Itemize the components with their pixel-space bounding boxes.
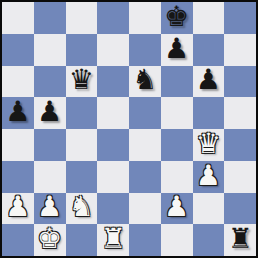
square-g8[interactable] xyxy=(193,2,225,34)
white-pawn[interactable]: ♟ xyxy=(5,193,30,221)
square-h3[interactable] xyxy=(224,161,256,193)
square-f5[interactable] xyxy=(161,97,193,129)
chess-board-frame: ♚♟♛♞♟♟♟♛♟♟♟♞♟♚♜♜ xyxy=(0,0,258,258)
white-rook[interactable]: ♜ xyxy=(101,225,126,253)
square-e2[interactable] xyxy=(129,193,161,225)
square-g5[interactable] xyxy=(193,97,225,129)
square-g1[interactable] xyxy=(193,224,225,256)
square-c7[interactable] xyxy=(66,34,98,66)
white-queen[interactable]: ♛ xyxy=(196,130,221,158)
square-h5[interactable] xyxy=(224,97,256,129)
square-a1[interactable] xyxy=(2,224,34,256)
square-h6[interactable] xyxy=(224,66,256,98)
square-f8[interactable]: ♚ xyxy=(161,2,193,34)
square-d8[interactable] xyxy=(97,2,129,34)
square-a8[interactable] xyxy=(2,2,34,34)
chess-board: ♚♟♛♞♟♟♟♛♟♟♟♞♟♚♜♜ xyxy=(2,2,256,256)
square-b3[interactable] xyxy=(34,161,66,193)
square-f6[interactable] xyxy=(161,66,193,98)
square-e3[interactable] xyxy=(129,161,161,193)
square-b1[interactable]: ♚ xyxy=(34,224,66,256)
black-knight[interactable]: ♞ xyxy=(132,66,157,94)
white-knight[interactable]: ♞ xyxy=(69,193,94,221)
square-h8[interactable] xyxy=(224,2,256,34)
black-pawn[interactable]: ♟ xyxy=(37,98,62,126)
square-e5[interactable] xyxy=(129,97,161,129)
square-f2[interactable]: ♟ xyxy=(161,193,193,225)
square-d7[interactable] xyxy=(97,34,129,66)
square-e8[interactable] xyxy=(129,2,161,34)
black-king[interactable]: ♚ xyxy=(164,3,189,31)
square-b7[interactable] xyxy=(34,34,66,66)
black-pawn[interactable]: ♟ xyxy=(164,35,189,63)
black-queen[interactable]: ♛ xyxy=(69,66,94,94)
square-h4[interactable] xyxy=(224,129,256,161)
square-e6[interactable]: ♞ xyxy=(129,66,161,98)
square-a7[interactable] xyxy=(2,34,34,66)
square-c4[interactable] xyxy=(66,129,98,161)
square-a4[interactable] xyxy=(2,129,34,161)
square-g4[interactable]: ♛ xyxy=(193,129,225,161)
square-b2[interactable]: ♟ xyxy=(34,193,66,225)
square-c6[interactable]: ♛ xyxy=(66,66,98,98)
square-h1[interactable]: ♜ xyxy=(224,224,256,256)
square-c8[interactable] xyxy=(66,2,98,34)
black-rook[interactable]: ♜ xyxy=(228,225,253,253)
square-c3[interactable] xyxy=(66,161,98,193)
square-d4[interactable] xyxy=(97,129,129,161)
square-b5[interactable]: ♟ xyxy=(34,97,66,129)
square-d6[interactable] xyxy=(97,66,129,98)
black-pawn[interactable]: ♟ xyxy=(196,66,221,94)
square-c2[interactable]: ♞ xyxy=(66,193,98,225)
square-d5[interactable] xyxy=(97,97,129,129)
square-h7[interactable] xyxy=(224,34,256,66)
square-g3[interactable]: ♟ xyxy=(193,161,225,193)
white-pawn[interactable]: ♟ xyxy=(196,162,221,190)
square-d1[interactable]: ♜ xyxy=(97,224,129,256)
square-a3[interactable] xyxy=(2,161,34,193)
square-f1[interactable] xyxy=(161,224,193,256)
square-f3[interactable] xyxy=(161,161,193,193)
white-pawn[interactable]: ♟ xyxy=(164,193,189,221)
white-king[interactable]: ♚ xyxy=(37,225,62,253)
square-e7[interactable] xyxy=(129,34,161,66)
square-b8[interactable] xyxy=(34,2,66,34)
square-g7[interactable] xyxy=(193,34,225,66)
black-pawn[interactable]: ♟ xyxy=(5,98,30,126)
square-c5[interactable] xyxy=(66,97,98,129)
square-e4[interactable] xyxy=(129,129,161,161)
square-f7[interactable]: ♟ xyxy=(161,34,193,66)
square-g6[interactable]: ♟ xyxy=(193,66,225,98)
square-a2[interactable]: ♟ xyxy=(2,193,34,225)
square-d3[interactable] xyxy=(97,161,129,193)
square-a5[interactable]: ♟ xyxy=(2,97,34,129)
square-e1[interactable] xyxy=(129,224,161,256)
square-g2[interactable] xyxy=(193,193,225,225)
square-f4[interactable] xyxy=(161,129,193,161)
white-pawn[interactable]: ♟ xyxy=(37,193,62,221)
square-b6[interactable] xyxy=(34,66,66,98)
square-a6[interactable] xyxy=(2,66,34,98)
square-c1[interactable] xyxy=(66,224,98,256)
square-h2[interactable] xyxy=(224,193,256,225)
square-d2[interactable] xyxy=(97,193,129,225)
square-b4[interactable] xyxy=(34,129,66,161)
